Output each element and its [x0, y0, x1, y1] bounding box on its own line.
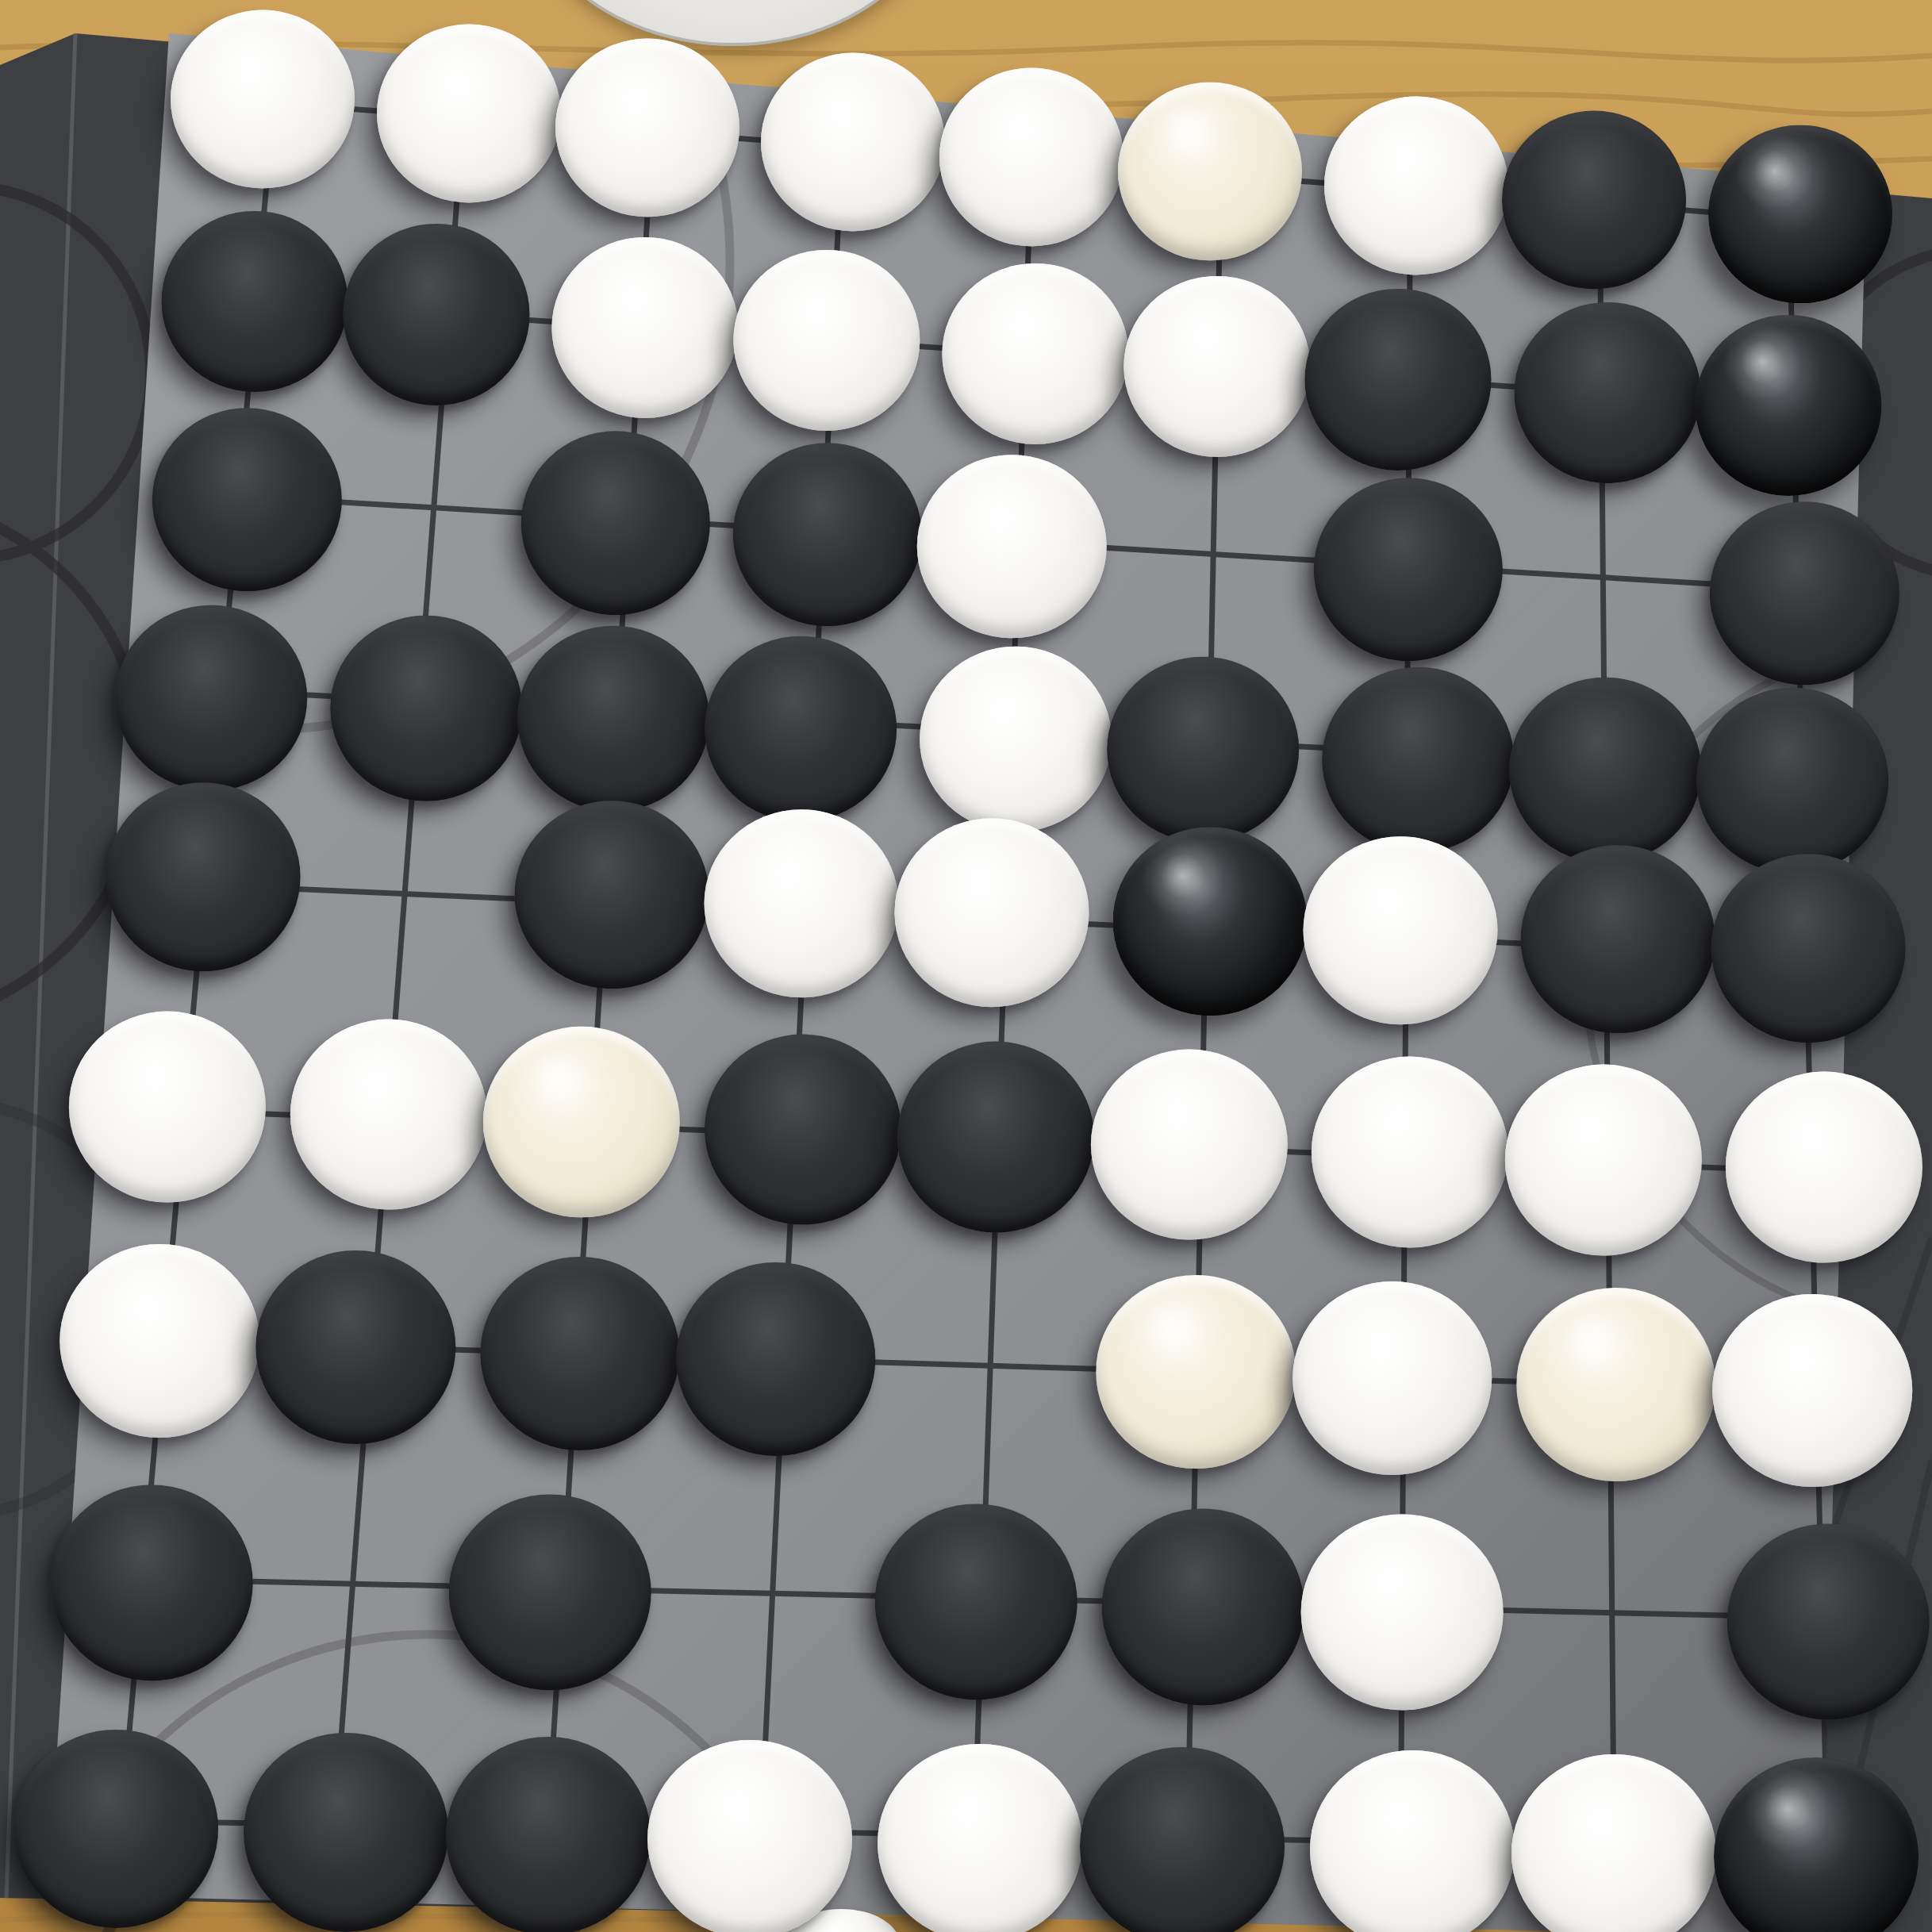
- stone-white[interactable]: [939, 67, 1123, 246]
- stone-white[interactable]: [1292, 1281, 1492, 1475]
- stone-black[interactable]: [115, 605, 307, 791]
- stone-white[interactable]: [60, 1244, 259, 1438]
- stone-white[interactable]: [290, 1019, 486, 1210]
- stone-black[interactable]: [517, 626, 709, 812]
- stone-black[interactable]: [875, 1504, 1077, 1700]
- stone-black[interactable]: [152, 408, 342, 591]
- stone-white[interactable]: [1301, 1514, 1504, 1710]
- stone-black[interactable]: [520, 432, 710, 615]
- stone-white[interactable]: [705, 809, 899, 998]
- stone-black[interactable]: [244, 1733, 448, 1931]
- stone-black[interactable]: [446, 1737, 651, 1932]
- stone-black[interactable]: [514, 801, 709, 989]
- stone-black[interactable]: [1080, 1747, 1285, 1932]
- stone-black[interactable]: [51, 1485, 253, 1680]
- stone-white[interactable]: [551, 237, 738, 418]
- stone-white[interactable]: [1090, 1049, 1287, 1240]
- stone-white[interactable]: [761, 53, 945, 232]
- stone-white[interactable]: [895, 818, 1089, 1007]
- stone-black[interactable]: [1710, 501, 1899, 685]
- stone-white[interactable]: [942, 263, 1128, 444]
- stone-white[interactable]: [1516, 1288, 1716, 1481]
- stone-black[interactable]: [704, 1034, 901, 1225]
- stone-black[interactable]: [1304, 289, 1491, 470]
- stone-black[interactable]: [1708, 125, 1892, 303]
- stone-black[interactable]: [161, 211, 348, 392]
- stone-white[interactable]: [733, 250, 920, 431]
- stone-white[interactable]: [1123, 276, 1310, 457]
- stone-white[interactable]: [1312, 1057, 1508, 1248]
- go-board-photo: [0, 0, 1932, 1932]
- stone-black[interactable]: [1313, 478, 1503, 661]
- stone-black[interactable]: [1521, 845, 1715, 1034]
- stone-white[interactable]: [647, 1740, 852, 1932]
- stone-black[interactable]: [1322, 667, 1514, 853]
- stone-black[interactable]: [705, 636, 897, 822]
- stone-black[interactable]: [1711, 854, 1906, 1043]
- stone-black[interactable]: [1509, 678, 1701, 863]
- stone-black[interactable]: [449, 1495, 651, 1691]
- stone-black[interactable]: [330, 616, 522, 801]
- stone-black[interactable]: [13, 1730, 218, 1928]
- stone-black[interactable]: [1107, 657, 1299, 843]
- stone-white[interactable]: [1097, 1275, 1296, 1469]
- stone-black[interactable]: [256, 1250, 456, 1444]
- stone-black[interactable]: [1727, 1523, 1930, 1719]
- stone-white[interactable]: [1726, 1072, 1922, 1263]
- stone-black[interactable]: [106, 782, 301, 971]
- stone-white[interactable]: [1324, 96, 1508, 275]
- stone-black[interactable]: [480, 1257, 680, 1450]
- stone-black[interactable]: [1502, 110, 1686, 289]
- stone-white[interactable]: [1712, 1294, 1912, 1488]
- stone-white[interactable]: [555, 39, 739, 217]
- stone-white[interactable]: [920, 647, 1112, 832]
- stone-white[interactable]: [1504, 1064, 1701, 1255]
- stone-white[interactable]: [878, 1743, 1082, 1932]
- stone-white[interactable]: [1118, 82, 1302, 260]
- stone-black[interactable]: [676, 1262, 876, 1456]
- stone-black[interactable]: [1102, 1509, 1304, 1705]
- stone-white[interactable]: [69, 1012, 266, 1203]
- stone-black[interactable]: [1696, 688, 1888, 874]
- stone-black[interactable]: [1112, 827, 1307, 1016]
- stone-white[interactable]: [377, 25, 561, 203]
- stone-white[interactable]: [483, 1027, 680, 1218]
- stone-white[interactable]: [917, 455, 1107, 638]
- stone-white[interactable]: [1303, 836, 1497, 1025]
- stone-black[interactable]: [733, 443, 923, 626]
- stone-black[interactable]: [897, 1042, 1094, 1233]
- stone-black[interactable]: [1695, 315, 1881, 496]
- stone-white[interactable]: [171, 10, 355, 188]
- stone-black[interactable]: [343, 224, 529, 405]
- stone-black[interactable]: [1514, 302, 1700, 483]
